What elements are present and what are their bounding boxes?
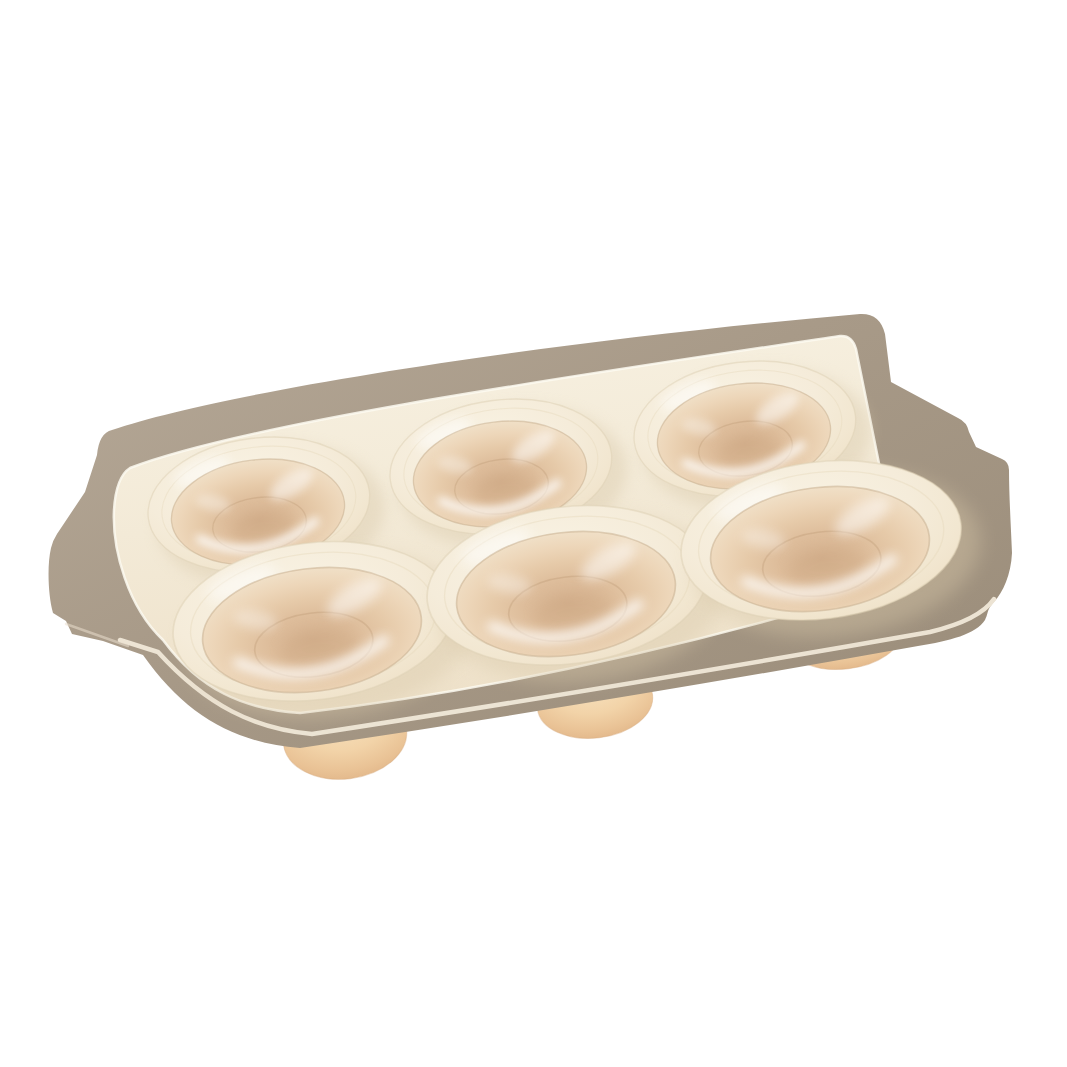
product-photo: 6-Cup Muffin Baking Pan <box>0 0 1067 1067</box>
muffin-pan-image: 6-Cup Muffin Baking Pan <box>0 0 1067 1067</box>
